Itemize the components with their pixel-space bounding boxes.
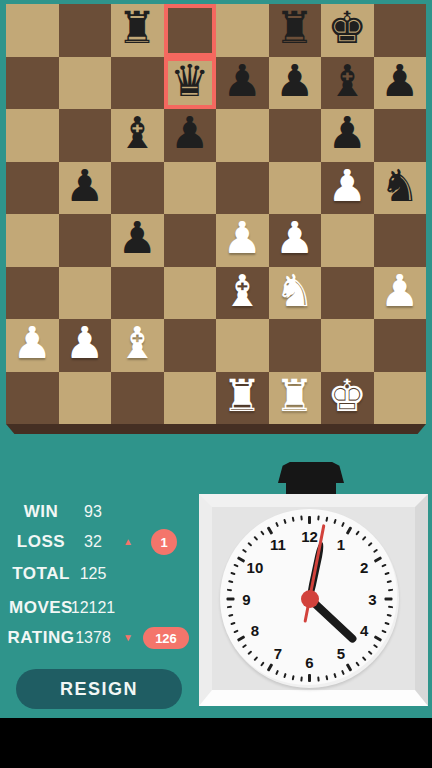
square-a7[interactable] [6, 57, 59, 110]
square-c6[interactable]: ♝ [111, 109, 164, 162]
black-k-piece: ♚ [328, 2, 367, 54]
clock-tick-minor [291, 675, 294, 680]
clock-tick-major [308, 516, 311, 524]
clock-tick-minor [247, 650, 252, 655]
clock-tick-minor [283, 519, 286, 524]
clock-number-8: 8 [251, 622, 259, 639]
clock-tick-minor [226, 589, 231, 592]
square-e4[interactable]: ♟ [216, 214, 269, 267]
square-a3[interactable] [6, 267, 59, 320]
black-p-piece: ♟ [380, 55, 419, 107]
clock-number-3: 3 [368, 590, 376, 607]
square-g7[interactable]: ♝ [321, 57, 374, 110]
clock-tick-minor [233, 630, 238, 634]
white-b-piece: ♝ [118, 317, 157, 369]
stat-value: 125 [64, 561, 122, 587]
square-d8[interactable] [164, 4, 217, 57]
stat-value: 93 [64, 499, 122, 525]
square-g5[interactable]: ♟ [321, 162, 374, 215]
square-a8[interactable] [6, 4, 59, 57]
clock-tick-minor [325, 675, 328, 680]
stat-value: 12121 [64, 595, 122, 621]
clock-tick-minor [367, 650, 372, 655]
clock-center-cap [301, 590, 319, 608]
square-c8[interactable]: ♜ [111, 4, 164, 57]
square-h4[interactable] [374, 214, 427, 267]
square-h5[interactable]: ♞ [374, 162, 427, 215]
square-g3[interactable] [321, 267, 374, 320]
square-d5[interactable] [164, 162, 217, 215]
square-h1[interactable] [374, 372, 427, 425]
clock-tick-minor [260, 661, 265, 666]
clock-number-4: 4 [360, 622, 368, 639]
square-b4[interactable] [59, 214, 112, 267]
square-f6[interactable] [269, 109, 322, 162]
clock-tick-minor [361, 656, 366, 661]
white-p-piece: ♟ [328, 160, 367, 212]
clock-tick-major [374, 556, 382, 563]
square-g4[interactable] [321, 214, 374, 267]
black-p-piece: ♟ [275, 55, 314, 107]
square-d6[interactable]: ♟ [164, 109, 217, 162]
clock-tick-major [267, 663, 274, 671]
black-r-piece: ♜ [275, 2, 314, 54]
clock-tick-minor [260, 530, 265, 535]
clock-tick-major [308, 674, 311, 682]
square-h7[interactable]: ♟ [374, 57, 427, 110]
trend-down-icon: ▼ [116, 625, 140, 651]
square-g1[interactable]: ♚ [321, 372, 374, 425]
clock-tick-minor [253, 536, 258, 541]
square-a5[interactable] [6, 162, 59, 215]
clock-tick-minor [230, 572, 235, 575]
chess-board: ♜♜♚♛♟♟♝♟♝♟♟♟♟♞♟♟♟♝♞♟♟♟♝♜♜♚ [6, 4, 426, 424]
clock-tick-minor [384, 572, 389, 575]
stat-value: 1378 [64, 625, 122, 651]
square-b8[interactable] [59, 4, 112, 57]
clock-button-stem [286, 481, 336, 495]
clock-tick-minor [355, 530, 360, 535]
square-d2[interactable] [164, 319, 217, 372]
square-f5[interactable] [269, 162, 322, 215]
clock-tick-minor [247, 542, 252, 547]
clock-tick-minor [283, 673, 286, 678]
clock-tick-minor [253, 656, 258, 661]
square-d7[interactable]: ♛ [164, 57, 217, 110]
clock-tick-minor [386, 580, 391, 583]
trend-up-icon: ▲ [116, 529, 140, 555]
square-c3[interactable] [111, 267, 164, 320]
clock-tick-minor [333, 519, 336, 524]
white-p-piece: ♟ [275, 212, 314, 264]
square-e7[interactable]: ♟ [216, 57, 269, 110]
clock-tick-major [227, 597, 235, 600]
bottom-black-bar [0, 718, 432, 768]
white-p-piece: ♟ [65, 317, 104, 369]
square-f8[interactable]: ♜ [269, 4, 322, 57]
square-c4[interactable]: ♟ [111, 214, 164, 267]
black-r-piece: ♜ [118, 2, 157, 54]
black-p-piece: ♟ [223, 55, 262, 107]
square-e2[interactable] [216, 319, 269, 372]
stat-row-total: TOTAL125 [0, 561, 200, 587]
white-p-piece: ♟ [223, 212, 262, 264]
square-h3[interactable]: ♟ [374, 267, 427, 320]
stat-row-rating: RATING1378▼126 [0, 625, 200, 651]
square-a1[interactable] [6, 372, 59, 425]
square-c2[interactable]: ♝ [111, 319, 164, 372]
square-e5[interactable] [216, 162, 269, 215]
white-n-piece: ♞ [275, 265, 314, 317]
clock-number-11: 11 [270, 535, 286, 552]
square-b6[interactable] [59, 109, 112, 162]
clock-tick-minor [333, 673, 336, 678]
square-f1[interactable]: ♜ [269, 372, 322, 425]
white-r-piece: ♜ [275, 370, 314, 422]
stat-row-moves: MOVES12121 [0, 595, 200, 621]
clock-tick-major [346, 526, 353, 534]
stat-row-win: WIN93 [0, 499, 200, 525]
square-b2[interactable]: ♟ [59, 319, 112, 372]
stat-value: 32 [64, 529, 122, 555]
square-b7[interactable] [59, 57, 112, 110]
clock-tick-major [237, 556, 245, 563]
square-d3[interactable] [164, 267, 217, 320]
clock-number-12: 12 [301, 527, 318, 544]
square-b5[interactable]: ♟ [59, 162, 112, 215]
clock-tick-minor [387, 606, 392, 609]
square-e6[interactable] [216, 109, 269, 162]
black-p-piece: ♟ [65, 160, 104, 212]
square-d1[interactable] [164, 372, 217, 425]
clock-tick-minor [367, 542, 372, 547]
clock-tick-major [237, 635, 245, 642]
resign-button[interactable]: RESIGN [16, 669, 182, 709]
clock-tick-minor [300, 676, 303, 681]
clock-tick-major [385, 597, 393, 600]
black-b-piece: ♝ [328, 55, 367, 107]
black-p-piece: ♟ [170, 107, 209, 159]
clock-tick-minor [381, 564, 386, 568]
clock-tick-minor [372, 644, 377, 649]
clock-tick-minor [355, 661, 360, 666]
square-e1[interactable]: ♜ [216, 372, 269, 425]
square-h2[interactable] [374, 319, 427, 372]
clock-number-7: 7 [274, 645, 282, 662]
stat-row-loss: LOSS32▲1 [0, 529, 200, 555]
clock-tick-minor [226, 606, 231, 609]
clock-number-6: 6 [305, 653, 313, 670]
square-g2[interactable] [321, 319, 374, 372]
square-d4[interactable] [164, 214, 217, 267]
clock-tick-minor [241, 549, 246, 554]
black-p-piece: ♟ [328, 107, 367, 159]
square-a2[interactable]: ♟ [6, 319, 59, 372]
square-g6[interactable]: ♟ [321, 109, 374, 162]
rating-badge: 126 [143, 627, 189, 649]
white-p-piece: ♟ [13, 317, 52, 369]
square-e8[interactable] [216, 4, 269, 57]
square-c5[interactable] [111, 162, 164, 215]
clock-tick-minor [384, 622, 389, 625]
clock-tick-major [346, 663, 353, 671]
square-b3[interactable] [59, 267, 112, 320]
clock-number-10: 10 [247, 559, 264, 576]
white-r-piece: ♜ [223, 370, 262, 422]
square-g8[interactable]: ♚ [321, 4, 374, 57]
clock-tick-minor [275, 670, 279, 675]
clock-tick-minor [361, 536, 366, 541]
clock-tick-minor [372, 549, 377, 554]
clock-tick-minor [317, 676, 320, 681]
clock-tick-minor [325, 517, 328, 522]
clock-tick-minor [275, 522, 279, 527]
clock-tick-minor [241, 644, 246, 649]
clock-tick-minor [381, 630, 386, 634]
clock-number-5: 5 [337, 645, 345, 662]
square-f3[interactable]: ♞ [269, 267, 322, 320]
black-n-piece: ♞ [380, 160, 419, 212]
square-c1[interactable] [111, 372, 164, 425]
clock-number-1: 1 [337, 535, 345, 552]
clock-number-9: 9 [242, 590, 250, 607]
square-b1[interactable] [59, 372, 112, 425]
clock-tick-minor [300, 515, 303, 520]
clock-tick-minor [228, 580, 233, 583]
square-h8[interactable] [374, 4, 427, 57]
clock-tick-minor [291, 517, 294, 522]
square-f7[interactable]: ♟ [269, 57, 322, 110]
square-a6[interactable] [6, 109, 59, 162]
square-f4[interactable]: ♟ [269, 214, 322, 267]
clock-button-icon [278, 462, 344, 483]
square-c7[interactable] [111, 57, 164, 110]
clock-tick-minor [317, 515, 320, 520]
clock-tick-minor [386, 614, 391, 617]
black-b-piece: ♝ [118, 107, 157, 159]
white-b-piece: ♝ [223, 265, 262, 317]
clock-tick-major [267, 526, 274, 534]
square-e3[interactable]: ♝ [216, 267, 269, 320]
clock-tick-major [374, 635, 382, 642]
square-a4[interactable] [6, 214, 59, 267]
black-p-piece: ♟ [118, 212, 157, 264]
clock-tick-minor [341, 522, 345, 527]
clock-tick-minor [228, 614, 233, 617]
white-p-piece: ♟ [380, 265, 419, 317]
square-f2[interactable] [269, 319, 322, 372]
white-k-piece: ♚ [328, 370, 367, 422]
board-shadow [6, 424, 426, 434]
square-h6[interactable] [374, 109, 427, 162]
black-q-piece: ♛ [170, 55, 209, 107]
clock-tick-minor [230, 622, 235, 625]
clock-tick-minor [387, 589, 392, 592]
loss-badge: 1 [151, 529, 177, 555]
clock-tick-minor [341, 670, 345, 675]
clock-tick-minor [233, 564, 238, 568]
clock-number-2: 2 [360, 559, 368, 576]
